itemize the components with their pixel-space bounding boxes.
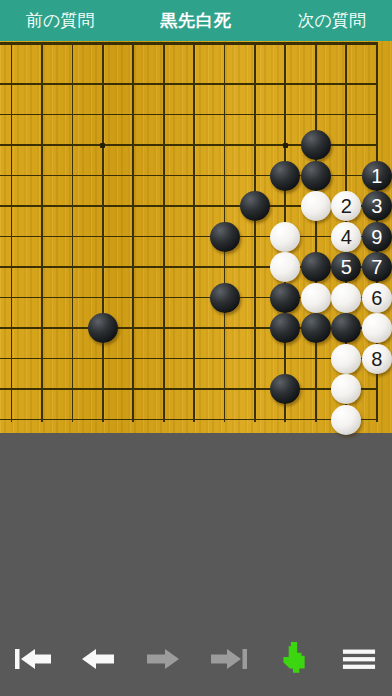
- white-stone-move-6: 6: [362, 283, 392, 313]
- grid-line-horizontal: [0, 83, 378, 85]
- grid-line-horizontal: [0, 388, 378, 390]
- white-stone-move-8: 8: [362, 344, 392, 374]
- skip-to-end-icon: [209, 645, 249, 673]
- grid-line-vertical: [11, 43, 13, 422]
- black-stone-move-5: 5: [331, 252, 361, 282]
- white-stone-move-4: 4: [331, 222, 361, 252]
- black-stone: [331, 313, 361, 343]
- grid-line-horizontal: [0, 358, 378, 360]
- grid-line-vertical: [132, 43, 134, 422]
- skip-to-start-icon: [13, 645, 53, 673]
- black-stone-move-3: 3: [362, 191, 392, 221]
- white-stone: [301, 283, 331, 313]
- star-point: [283, 143, 288, 148]
- next-question-button[interactable]: 次の質問: [298, 9, 366, 32]
- toolbar: [0, 622, 392, 696]
- arrow-left-icon: [78, 645, 118, 673]
- grid-line-horizontal: [0, 114, 378, 116]
- black-stone: [270, 161, 300, 191]
- problem-title: 黒先白死: [160, 9, 232, 32]
- white-stone: [331, 283, 361, 313]
- step-forward-button[interactable]: [131, 622, 196, 696]
- app-header: 前の質問 黒先白死 次の質問: [0, 0, 392, 41]
- grid-line-horizontal: [0, 42, 378, 45]
- hand-icon: [279, 642, 309, 676]
- play-mode-button[interactable]: [261, 622, 326, 696]
- go-to-last-button[interactable]: [196, 622, 261, 696]
- black-stone: [301, 161, 331, 191]
- black-stone: [240, 191, 270, 221]
- black-stone-move-9: 9: [362, 222, 392, 252]
- black-stone: [270, 374, 300, 404]
- black-stone: [210, 283, 240, 313]
- white-stone: [301, 191, 331, 221]
- white-stone: [331, 344, 361, 374]
- white-stone: [331, 374, 361, 404]
- grid-line-vertical: [72, 43, 74, 422]
- grid-line-horizontal: [0, 236, 378, 238]
- hamburger-menu-icon: [342, 647, 376, 671]
- black-stone: [301, 252, 331, 282]
- go-to-first-button[interactable]: [0, 622, 65, 696]
- black-stone: [88, 313, 118, 343]
- white-stone: [270, 252, 300, 282]
- go-board[interactable]: 123495768: [0, 41, 392, 433]
- menu-button[interactable]: [327, 622, 392, 696]
- black-stone: [301, 313, 331, 343]
- grid-line-vertical: [315, 43, 317, 422]
- step-back-button[interactable]: [65, 622, 130, 696]
- prev-question-button[interactable]: 前の質問: [26, 9, 94, 32]
- grid-line-vertical: [193, 43, 195, 422]
- grid-line-vertical: [102, 43, 104, 422]
- app-screen: 前の質問 黒先白死 次の質問 123495768: [0, 0, 392, 696]
- arrow-right-icon: [143, 645, 183, 673]
- black-stone: [301, 130, 331, 160]
- black-stone-move-7: 7: [362, 252, 392, 282]
- white-stone: [331, 405, 361, 435]
- star-point: [100, 143, 105, 148]
- footer: [0, 433, 392, 696]
- grid-line-vertical: [41, 43, 43, 422]
- footer-spacer: [0, 433, 392, 622]
- black-stone-move-1: 1: [362, 161, 392, 191]
- white-stone: [270, 222, 300, 252]
- grid-line-vertical: [254, 43, 256, 422]
- black-stone: [270, 283, 300, 313]
- grid-line-vertical: [163, 43, 165, 422]
- black-stone: [270, 313, 300, 343]
- white-stone-move-2: 2: [331, 191, 361, 221]
- grid-line-horizontal: [0, 419, 378, 421]
- white-stone: [362, 313, 392, 343]
- black-stone: [210, 222, 240, 252]
